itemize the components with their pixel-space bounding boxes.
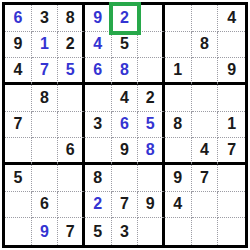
cell-r8c7[interactable]: 4	[165, 192, 192, 219]
cell-r4c2[interactable]: 8	[32, 85, 59, 112]
cell-r2c2[interactable]: 1	[32, 32, 59, 59]
cell-r2c5[interactable]: 5	[112, 32, 139, 59]
cell-r6c9[interactable]: 7	[218, 138, 245, 165]
cell-r2c3[interactable]: 2	[58, 32, 85, 59]
cell-r1c4[interactable]: 9	[85, 5, 112, 32]
cell-r2c4[interactable]: 4	[85, 32, 112, 59]
cell-r7c9[interactable]	[218, 165, 245, 192]
cell-r2c7[interactable]	[165, 32, 192, 59]
cell-r8c3[interactable]	[58, 192, 85, 219]
cell-r2c9[interactable]	[218, 32, 245, 59]
cell-r3c8[interactable]	[192, 58, 219, 85]
cell-r4c5[interactable]: 4	[112, 85, 139, 112]
cell-r7c8[interactable]: 7	[192, 165, 219, 192]
cell-r6c5[interactable]: 9	[112, 138, 139, 165]
cell-r6c6[interactable]: 8	[138, 138, 165, 165]
cell-r8c4[interactable]: 2	[85, 192, 112, 219]
sudoku-board: 6389249124584756819842736581698475897627…	[2, 2, 248, 248]
cell-r4c6[interactable]: 2	[138, 85, 165, 112]
cell-r9c5[interactable]: 3	[112, 218, 139, 245]
cell-r1c9[interactable]: 4	[218, 5, 245, 32]
cell-r9c9[interactable]	[218, 218, 245, 245]
cell-r1c6[interactable]	[138, 5, 165, 32]
cell-r8c9[interactable]	[218, 192, 245, 219]
cell-r5c4[interactable]: 3	[85, 112, 112, 139]
cell-r5c2[interactable]	[32, 112, 59, 139]
cell-r5c9[interactable]: 1	[218, 112, 245, 139]
cell-r1c7[interactable]	[165, 5, 192, 32]
cell-r3c3[interactable]: 5	[58, 58, 85, 85]
cell-r3c2[interactable]: 7	[32, 58, 59, 85]
cell-r4c9[interactable]	[218, 85, 245, 112]
cell-r6c2[interactable]	[32, 138, 59, 165]
cell-r1c3[interactable]: 8	[58, 5, 85, 32]
cell-r9c8[interactable]	[192, 218, 219, 245]
cell-r6c8[interactable]: 4	[192, 138, 219, 165]
cell-r3c1[interactable]: 4	[5, 58, 32, 85]
cell-r6c3[interactable]: 6	[58, 138, 85, 165]
cell-r6c1[interactable]	[5, 138, 32, 165]
cell-r5c3[interactable]	[58, 112, 85, 139]
cell-r9c7[interactable]	[165, 218, 192, 245]
cell-r9c3[interactable]: 7	[58, 218, 85, 245]
cell-r3c7[interactable]: 1	[165, 58, 192, 85]
cell-r7c5[interactable]	[112, 165, 139, 192]
cell-r3c5[interactable]: 8	[112, 58, 139, 85]
cell-r5c6[interactable]: 5	[138, 112, 165, 139]
cell-r5c8[interactable]	[192, 112, 219, 139]
cell-r9c2[interactable]: 9	[32, 218, 59, 245]
cell-r7c2[interactable]	[32, 165, 59, 192]
sudoku-app: 6389249124584756819842736581698475897627…	[0, 0, 250, 250]
cell-r3c4[interactable]: 6	[85, 58, 112, 85]
cell-r7c1[interactable]: 5	[5, 165, 32, 192]
cell-r3c6[interactable]	[138, 58, 165, 85]
cell-r8c2[interactable]: 6	[32, 192, 59, 219]
cell-r8c5[interactable]: 7	[112, 192, 139, 219]
cell-r9c4[interactable]: 5	[85, 218, 112, 245]
cell-r4c4[interactable]	[85, 85, 112, 112]
cell-r9c6[interactable]	[138, 218, 165, 245]
selected-cell-r1c5[interactable]: 2	[112, 5, 139, 32]
cell-r7c4[interactable]: 8	[85, 165, 112, 192]
cell-r4c7[interactable]	[165, 85, 192, 112]
cell-r2c6[interactable]	[138, 32, 165, 59]
cell-r3c9[interactable]: 9	[218, 58, 245, 85]
cell-r5c7[interactable]: 8	[165, 112, 192, 139]
cell-r8c8[interactable]	[192, 192, 219, 219]
cell-r8c6[interactable]: 9	[138, 192, 165, 219]
cell-r6c7[interactable]	[165, 138, 192, 165]
cell-r7c6[interactable]	[138, 165, 165, 192]
cell-r1c1[interactable]: 6	[5, 5, 32, 32]
cell-r5c1[interactable]: 7	[5, 112, 32, 139]
cell-r7c3[interactable]	[58, 165, 85, 192]
cell-r2c1[interactable]: 9	[5, 32, 32, 59]
cell-r4c3[interactable]	[58, 85, 85, 112]
cell-r2c8[interactable]: 8	[192, 32, 219, 59]
cell-r1c2[interactable]: 3	[32, 5, 59, 32]
cell-r1c8[interactable]	[192, 5, 219, 32]
cell-r4c1[interactable]	[5, 85, 32, 112]
cell-r7c7[interactable]: 9	[165, 165, 192, 192]
cell-r6c4[interactable]	[85, 138, 112, 165]
cell-r9c1[interactable]	[5, 218, 32, 245]
cell-r8c1[interactable]	[5, 192, 32, 219]
cell-r5c5[interactable]: 6	[112, 112, 139, 139]
cell-r4c8[interactable]	[192, 85, 219, 112]
